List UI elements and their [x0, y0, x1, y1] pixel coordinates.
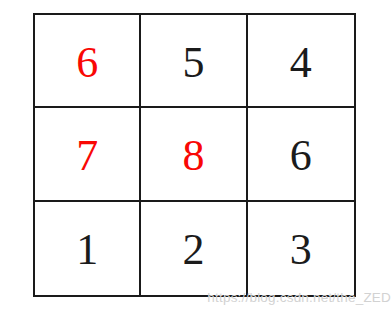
grid-cell-r0c1: 5	[141, 15, 247, 108]
grid-cell-r2c2: 3	[248, 202, 354, 295]
watermark-text: https://blog.csdn.net/the_ZED	[207, 290, 391, 305]
grid-cell-r2c0: 1	[35, 202, 141, 295]
number-grid: 6 5 4 7 8 6 1 2 3	[33, 13, 356, 297]
grid-cell-r2c1: 2	[141, 202, 247, 295]
grid-cell-r1c0: 7	[35, 108, 141, 201]
grid-cell-r0c2: 4	[248, 15, 354, 108]
grid-cell-r1c1: 8	[141, 108, 247, 201]
grid-cell-r0c0: 6	[35, 15, 141, 108]
grid-cell-r1c2: 6	[248, 108, 354, 201]
figure-canvas: 6 5 4 7 8 6 1 2 3 https://blog.csdn.net/…	[0, 0, 392, 319]
